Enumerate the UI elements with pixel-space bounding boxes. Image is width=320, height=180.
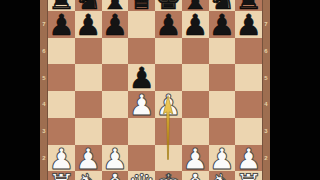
square-e6[interactable] — [155, 38, 182, 65]
piece-black-pawn-g7[interactable]: ♟ — [209, 12, 235, 39]
piece-white-queen-d1[interactable]: ♛ — [128, 172, 156, 180]
square-c7[interactable]: ♟ — [102, 11, 129, 38]
piece-white-knight-b1[interactable]: ♞ — [74, 172, 102, 180]
square-f7[interactable]: ♟ — [182, 11, 209, 38]
square-d8[interactable]: ♛ — [128, 0, 155, 11]
square-f3[interactable] — [182, 118, 209, 145]
square-h5[interactable] — [235, 64, 262, 91]
square-e5[interactable] — [155, 64, 182, 91]
square-e7[interactable]: ♟ — [155, 11, 182, 38]
square-f4[interactable] — [182, 91, 209, 118]
piece-white-king-e1[interactable]: ♚ — [154, 172, 182, 180]
rank-label-7-right: 7 — [262, 21, 270, 27]
piece-black-pawn-e7[interactable]: ♟ — [155, 12, 181, 39]
piece-white-rook-h1[interactable]: ♜ — [235, 172, 263, 180]
piece-white-knight-g1[interactable]: ♞ — [208, 172, 236, 180]
board-border-right: 87654321 — [262, 0, 270, 180]
chess-board[interactable]: ♜♞♝♛♚♝♞♜♟♟♟♟♟♟♟♟♟♟♟♟♟♟♟♟♜♞♝♛♚♝♞♜ — [48, 0, 262, 180]
rank-label-2-right: 2 — [262, 155, 270, 161]
square-c6[interactable] — [102, 38, 129, 65]
piece-black-pawn-f7[interactable]: ♟ — [182, 12, 208, 39]
piece-white-pawn-e4[interactable]: ♟ — [155, 92, 181, 119]
rank-label-2-left: 2 — [40, 155, 48, 161]
rank-label-4-left: 4 — [40, 101, 48, 107]
square-a7[interactable]: ♟ — [48, 11, 75, 38]
square-g6[interactable] — [209, 38, 236, 65]
square-c5[interactable] — [102, 64, 129, 91]
piece-white-pawn-d4[interactable]: ♟ — [129, 92, 155, 119]
square-f6[interactable] — [182, 38, 209, 65]
piece-white-bishop-c1[interactable]: ♝ — [101, 172, 129, 180]
piece-black-pawn-c7[interactable]: ♟ — [102, 12, 128, 39]
square-f5[interactable] — [182, 64, 209, 91]
square-g7[interactable]: ♟ — [209, 11, 236, 38]
square-d7[interactable] — [128, 11, 155, 38]
square-d1[interactable]: ♛ — [128, 171, 155, 180]
square-a3[interactable] — [48, 118, 75, 145]
square-b7[interactable]: ♟ — [75, 11, 102, 38]
rank-label-5-left: 5 — [40, 75, 48, 81]
square-g3[interactable] — [209, 118, 236, 145]
square-g1[interactable]: ♞ — [209, 171, 236, 180]
rank-label-6-right: 6 — [262, 48, 270, 54]
square-c3[interactable] — [102, 118, 129, 145]
square-g5[interactable] — [209, 64, 236, 91]
piece-black-pawn-a7[interactable]: ♟ — [48, 12, 74, 39]
square-e1[interactable]: ♚ — [155, 171, 182, 180]
square-h1[interactable]: ♜ — [235, 171, 262, 180]
square-g4[interactable] — [209, 91, 236, 118]
piece-white-bishop-f1[interactable]: ♝ — [181, 172, 209, 180]
square-b3[interactable] — [75, 118, 102, 145]
square-b6[interactable] — [75, 38, 102, 65]
square-a4[interactable] — [48, 91, 75, 118]
square-c4[interactable] — [102, 91, 129, 118]
square-e3[interactable] — [155, 118, 182, 145]
piece-black-pawn-h7[interactable]: ♟ — [236, 12, 262, 39]
square-d6[interactable] — [128, 38, 155, 65]
rank-label-4-right: 4 — [262, 101, 270, 107]
rank-label-7-left: 7 — [40, 21, 48, 27]
square-a1[interactable]: ♜ — [48, 171, 75, 180]
rank-label-3-right: 3 — [262, 128, 270, 134]
square-h4[interactable] — [235, 91, 262, 118]
piece-black-pawn-b7[interactable]: ♟ — [75, 12, 101, 39]
square-b4[interactable] — [75, 91, 102, 118]
square-h6[interactable] — [235, 38, 262, 65]
square-a6[interactable] — [48, 38, 75, 65]
letterbox-right — [270, 0, 320, 180]
square-a5[interactable] — [48, 64, 75, 91]
square-b1[interactable]: ♞ — [75, 171, 102, 180]
video-frame: 87654321 87654321 ♜♞♝♛♚♝♞♜♟♟♟♟♟♟♟♟♟♟♟♟♟♟… — [0, 0, 320, 180]
square-c1[interactable]: ♝ — [102, 171, 129, 180]
square-d4[interactable]: ♟ — [128, 91, 155, 118]
letterbox-left — [0, 0, 40, 180]
square-f1[interactable]: ♝ — [182, 171, 209, 180]
square-h7[interactable]: ♟ — [235, 11, 262, 38]
rank-label-6-left: 6 — [40, 48, 48, 54]
square-b5[interactable] — [75, 64, 102, 91]
square-d3[interactable] — [128, 118, 155, 145]
rank-label-5-right: 5 — [262, 75, 270, 81]
square-e4[interactable]: ♟ — [155, 91, 182, 118]
board-border-left: 87654321 — [40, 0, 48, 180]
piece-white-rook-a1[interactable]: ♜ — [47, 172, 75, 180]
square-h3[interactable] — [235, 118, 262, 145]
rank-label-3-left: 3 — [40, 128, 48, 134]
square-d5[interactable]: ♟ — [128, 64, 155, 91]
